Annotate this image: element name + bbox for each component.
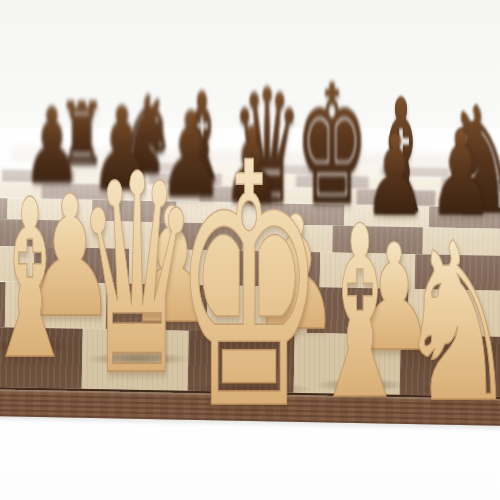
white-bishop-c1: ♝ (0, 171, 76, 390)
white-king-e1: ♚ (174, 120, 325, 456)
white-knight-g1: ♞ (396, 215, 500, 433)
chessboard-product-photo: ♜♞♟♟♝♟♛♟♚♝♟♞♟♟♟♟♟♝♛♚♝♞ (0, 0, 500, 500)
white-bishop-f1: ♝ (310, 195, 410, 433)
